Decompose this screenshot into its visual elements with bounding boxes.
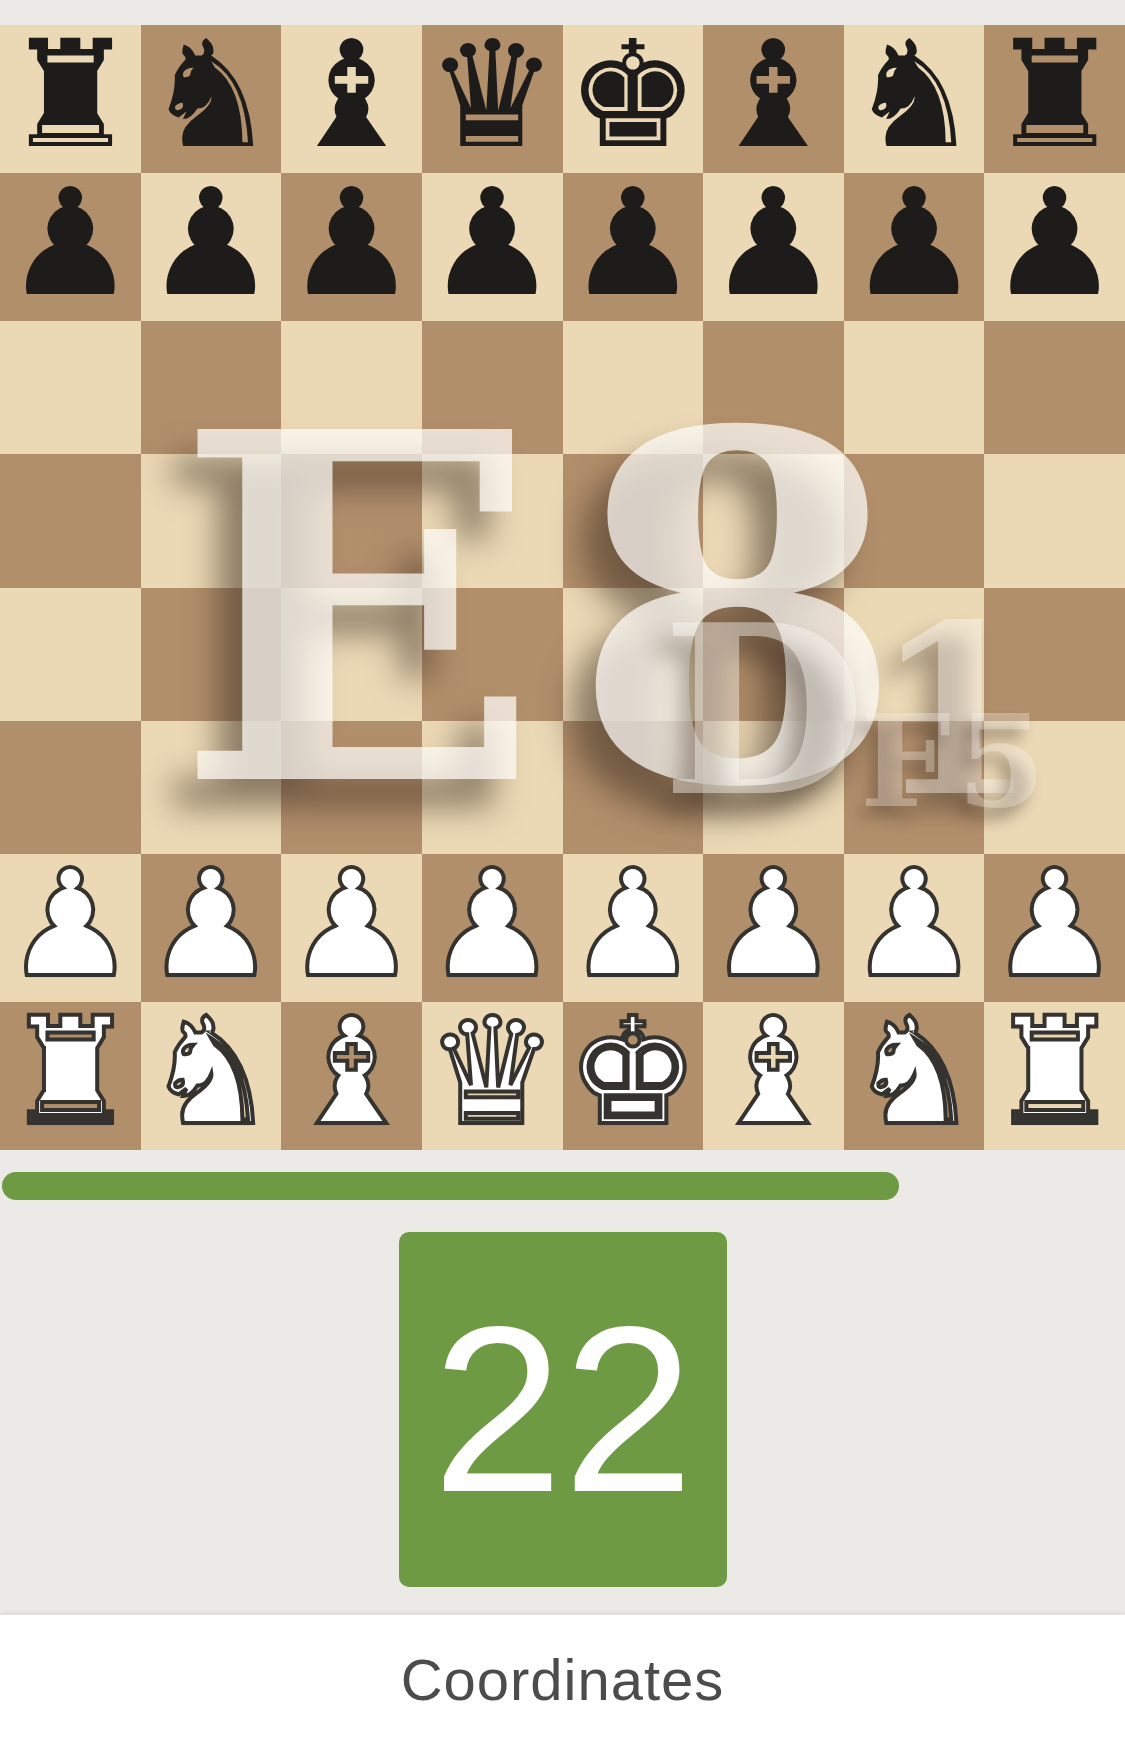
piece-black-pawn: ♟ bbox=[566, 169, 699, 317]
piece-white-rook: ♜ bbox=[988, 998, 1121, 1146]
square-c5[interactable] bbox=[281, 454, 422, 587]
square-a1[interactable]: ♜ bbox=[0, 1002, 141, 1150]
piece-white-knight: ♞ bbox=[145, 998, 278, 1146]
square-b3[interactable] bbox=[141, 721, 282, 854]
square-c7[interactable]: ♟ bbox=[281, 173, 422, 321]
piece-black-queen: ♛ bbox=[426, 21, 559, 169]
score-box: 22 bbox=[399, 1232, 727, 1587]
square-d8[interactable]: ♛ bbox=[422, 25, 563, 173]
square-f3[interactable] bbox=[703, 721, 844, 854]
square-a8[interactable]: ♜ bbox=[0, 25, 141, 173]
square-g2[interactable]: ♟ bbox=[844, 854, 985, 1002]
piece-white-pawn: ♟ bbox=[707, 850, 840, 998]
square-e6[interactable] bbox=[563, 321, 704, 454]
square-f6[interactable] bbox=[703, 321, 844, 454]
piece-white-knight: ♞ bbox=[848, 998, 981, 1146]
square-e1[interactable]: ♚ bbox=[563, 1002, 704, 1150]
square-a4[interactable] bbox=[0, 588, 141, 721]
square-a7[interactable]: ♟ bbox=[0, 173, 141, 321]
square-g1[interactable]: ♞ bbox=[844, 1002, 985, 1150]
piece-white-pawn: ♟ bbox=[4, 850, 137, 998]
piece-white-king: ♚ bbox=[566, 998, 699, 1146]
square-c3[interactable] bbox=[281, 721, 422, 854]
piece-white-bishop: ♝ bbox=[707, 998, 840, 1146]
square-d4[interactable] bbox=[422, 588, 563, 721]
piece-white-pawn: ♟ bbox=[566, 850, 699, 998]
square-g6[interactable] bbox=[844, 321, 985, 454]
piece-black-bishop: ♝ bbox=[707, 21, 840, 169]
chess-board[interactable]: ♜♞♝♛♚♝♞♜♟♟♟♟♟♟♟♟♟♟♟♟♟♟♟♟♜♞♝♛♚♝♞♜E8D1F5 bbox=[0, 25, 1125, 1150]
square-h4[interactable] bbox=[984, 588, 1125, 721]
square-h7[interactable]: ♟ bbox=[984, 173, 1125, 321]
progress-bar bbox=[2, 1172, 899, 1200]
square-c1[interactable]: ♝ bbox=[281, 1002, 422, 1150]
square-g5[interactable] bbox=[844, 454, 985, 587]
piece-white-bishop: ♝ bbox=[285, 998, 418, 1146]
square-b4[interactable] bbox=[141, 588, 282, 721]
page-title: Coordinates bbox=[401, 1646, 725, 1713]
square-h6[interactable] bbox=[984, 321, 1125, 454]
piece-black-pawn: ♟ bbox=[145, 169, 278, 317]
square-c4[interactable] bbox=[281, 588, 422, 721]
square-b8[interactable]: ♞ bbox=[141, 25, 282, 173]
square-f4[interactable] bbox=[703, 588, 844, 721]
square-c2[interactable]: ♟ bbox=[281, 854, 422, 1002]
piece-black-pawn: ♟ bbox=[4, 169, 137, 317]
piece-white-pawn: ♟ bbox=[145, 850, 278, 998]
square-d5[interactable] bbox=[422, 454, 563, 587]
square-a6[interactable] bbox=[0, 321, 141, 454]
square-g8[interactable]: ♞ bbox=[844, 25, 985, 173]
piece-black-pawn: ♟ bbox=[848, 169, 981, 317]
square-c8[interactable]: ♝ bbox=[281, 25, 422, 173]
square-h8[interactable]: ♜ bbox=[984, 25, 1125, 173]
piece-white-queen: ♛ bbox=[426, 998, 559, 1146]
piece-white-rook: ♜ bbox=[4, 998, 137, 1146]
piece-black-knight: ♞ bbox=[848, 21, 981, 169]
piece-black-pawn: ♟ bbox=[707, 169, 840, 317]
footer-bar: Coordinates bbox=[0, 1615, 1125, 1744]
square-d1[interactable]: ♛ bbox=[422, 1002, 563, 1150]
square-b6[interactable] bbox=[141, 321, 282, 454]
square-f2[interactable]: ♟ bbox=[703, 854, 844, 1002]
square-h2[interactable]: ♟ bbox=[984, 854, 1125, 1002]
square-a3[interactable] bbox=[0, 721, 141, 854]
score-value: 22 bbox=[432, 1292, 693, 1527]
square-a5[interactable] bbox=[0, 454, 141, 587]
piece-black-rook: ♜ bbox=[4, 21, 137, 169]
piece-black-pawn: ♟ bbox=[285, 169, 418, 317]
app-background: { "game": "chess", "mode": "coordinate-t… bbox=[0, 0, 1125, 1744]
square-h3[interactable] bbox=[984, 721, 1125, 854]
square-b2[interactable]: ♟ bbox=[141, 854, 282, 1002]
square-e4[interactable] bbox=[563, 588, 704, 721]
piece-white-pawn: ♟ bbox=[426, 850, 559, 998]
square-b7[interactable]: ♟ bbox=[141, 173, 282, 321]
square-d6[interactable] bbox=[422, 321, 563, 454]
square-g3[interactable] bbox=[844, 721, 985, 854]
square-e7[interactable]: ♟ bbox=[563, 173, 704, 321]
piece-white-pawn: ♟ bbox=[988, 850, 1121, 998]
square-c6[interactable] bbox=[281, 321, 422, 454]
square-f5[interactable] bbox=[703, 454, 844, 587]
square-b1[interactable]: ♞ bbox=[141, 1002, 282, 1150]
piece-white-pawn: ♟ bbox=[285, 850, 418, 998]
piece-black-rook: ♜ bbox=[988, 21, 1121, 169]
square-d2[interactable]: ♟ bbox=[422, 854, 563, 1002]
square-e2[interactable]: ♟ bbox=[563, 854, 704, 1002]
square-f7[interactable]: ♟ bbox=[703, 173, 844, 321]
piece-black-pawn: ♟ bbox=[988, 169, 1121, 317]
square-e3[interactable] bbox=[563, 721, 704, 854]
square-a2[interactable]: ♟ bbox=[0, 854, 141, 1002]
square-h1[interactable]: ♜ bbox=[984, 1002, 1125, 1150]
square-e8[interactable]: ♚ bbox=[563, 25, 704, 173]
piece-black-pawn: ♟ bbox=[426, 169, 559, 317]
square-f8[interactable]: ♝ bbox=[703, 25, 844, 173]
square-d7[interactable]: ♟ bbox=[422, 173, 563, 321]
square-h5[interactable] bbox=[984, 454, 1125, 587]
square-d3[interactable] bbox=[422, 721, 563, 854]
piece-black-king: ♚ bbox=[566, 21, 699, 169]
piece-black-bishop: ♝ bbox=[285, 21, 418, 169]
square-g4[interactable] bbox=[844, 588, 985, 721]
piece-black-knight: ♞ bbox=[145, 21, 278, 169]
square-b5[interactable] bbox=[141, 454, 282, 587]
square-f1[interactable]: ♝ bbox=[703, 1002, 844, 1150]
square-e5[interactable] bbox=[563, 454, 704, 587]
piece-white-pawn: ♟ bbox=[848, 850, 981, 998]
square-g7[interactable]: ♟ bbox=[844, 173, 985, 321]
